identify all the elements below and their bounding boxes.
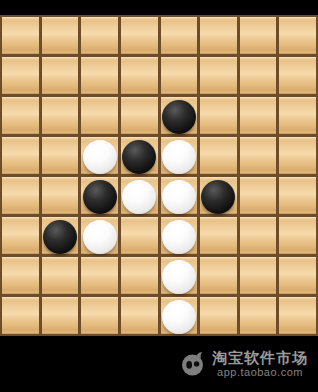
cell-r4c5[interactable] <box>200 177 237 214</box>
black-stone <box>162 100 196 134</box>
cell-r4c0[interactable] <box>2 177 39 214</box>
cell-r5c7[interactable] <box>279 217 316 254</box>
cell-r4c4[interactable] <box>161 177 198 214</box>
taobao-mascot-icon <box>179 350 207 378</box>
cell-r0c2[interactable] <box>81 17 118 54</box>
cell-r7c3[interactable] <box>121 297 158 334</box>
cell-r6c0[interactable] <box>2 257 39 294</box>
white-stone <box>162 140 196 174</box>
cell-r7c5[interactable] <box>200 297 237 334</box>
cell-r6c4[interactable] <box>161 257 198 294</box>
cell-r4c6[interactable] <box>240 177 277 214</box>
cell-r2c7[interactable] <box>279 97 316 134</box>
white-stone <box>162 220 196 254</box>
cell-r0c1[interactable] <box>42 17 79 54</box>
board <box>0 15 318 336</box>
footer-url-label: app.taobao.com <box>212 367 308 379</box>
cell-r2c4[interactable] <box>161 97 198 134</box>
white-stone <box>122 180 156 214</box>
cell-r2c2[interactable] <box>81 97 118 134</box>
cell-r7c2[interactable] <box>81 297 118 334</box>
cell-r3c2[interactable] <box>81 137 118 174</box>
cell-r4c7[interactable] <box>279 177 316 214</box>
cell-r6c5[interactable] <box>200 257 237 294</box>
white-stone <box>83 220 117 254</box>
cell-r3c6[interactable] <box>240 137 277 174</box>
app-screen: 淘宝软件市场 app.taobao.com <box>0 0 318 392</box>
cell-r5c0[interactable] <box>2 217 39 254</box>
white-stone <box>162 180 196 214</box>
cell-r6c3[interactable] <box>121 257 158 294</box>
cell-r2c3[interactable] <box>121 97 158 134</box>
cell-r5c2[interactable] <box>81 217 118 254</box>
cell-r6c6[interactable] <box>240 257 277 294</box>
cell-r5c4[interactable] <box>161 217 198 254</box>
cell-r3c7[interactable] <box>279 137 316 174</box>
cell-r5c1[interactable] <box>42 217 79 254</box>
cell-r7c4[interactable] <box>161 297 198 334</box>
cell-r2c6[interactable] <box>240 97 277 134</box>
black-stone <box>201 180 235 214</box>
footer-watermark-bar: 淘宝软件市场 app.taobao.com <box>0 336 318 392</box>
black-stone <box>43 220 77 254</box>
cell-r3c5[interactable] <box>200 137 237 174</box>
cell-r4c2[interactable] <box>81 177 118 214</box>
top-black-bar <box>0 0 318 15</box>
cell-r3c0[interactable] <box>2 137 39 174</box>
cell-r7c7[interactable] <box>279 297 316 334</box>
cell-r1c7[interactable] <box>279 57 316 94</box>
cell-r4c3[interactable] <box>121 177 158 214</box>
cell-r0c5[interactable] <box>200 17 237 54</box>
cell-r1c1[interactable] <box>42 57 79 94</box>
cell-r3c4[interactable] <box>161 137 198 174</box>
black-stone <box>83 180 117 214</box>
cell-r1c0[interactable] <box>2 57 39 94</box>
cell-r0c6[interactable] <box>240 17 277 54</box>
white-stone <box>83 140 117 174</box>
footer-text-block: 淘宝软件市场 app.taobao.com <box>212 350 308 378</box>
cell-r1c2[interactable] <box>81 57 118 94</box>
cell-r1c5[interactable] <box>200 57 237 94</box>
white-stone <box>162 300 196 334</box>
cell-r2c1[interactable] <box>42 97 79 134</box>
cell-r3c3[interactable] <box>121 137 158 174</box>
cell-r0c3[interactable] <box>121 17 158 54</box>
cell-r0c4[interactable] <box>161 17 198 54</box>
cell-r5c6[interactable] <box>240 217 277 254</box>
cell-r5c5[interactable] <box>200 217 237 254</box>
cell-r7c1[interactable] <box>42 297 79 334</box>
cell-r7c6[interactable] <box>240 297 277 334</box>
cell-r7c0[interactable] <box>2 297 39 334</box>
cell-r1c3[interactable] <box>121 57 158 94</box>
cell-r5c3[interactable] <box>121 217 158 254</box>
cell-r6c2[interactable] <box>81 257 118 294</box>
cell-r1c4[interactable] <box>161 57 198 94</box>
cell-r2c0[interactable] <box>2 97 39 134</box>
footer-brand-label: 淘宝软件市场 <box>212 350 308 366</box>
cell-r6c1[interactable] <box>42 257 79 294</box>
white-stone <box>162 260 196 294</box>
cell-r1c6[interactable] <box>240 57 277 94</box>
cell-r6c7[interactable] <box>279 257 316 294</box>
cell-r2c5[interactable] <box>200 97 237 134</box>
cell-r0c7[interactable] <box>279 17 316 54</box>
cell-r4c1[interactable] <box>42 177 79 214</box>
cell-r3c1[interactable] <box>42 137 79 174</box>
cell-r0c0[interactable] <box>2 17 39 54</box>
black-stone <box>122 140 156 174</box>
